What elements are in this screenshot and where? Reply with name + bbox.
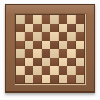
square-f1[interactable] — [59, 75, 68, 84]
square-d7[interactable] — [42, 24, 51, 33]
square-g7[interactable] — [67, 24, 76, 33]
chess-board — [5, 4, 95, 93]
square-h1[interactable] — [76, 75, 85, 84]
square-c5[interactable] — [33, 41, 42, 50]
square-h4[interactable] — [76, 49, 85, 58]
square-d1[interactable] — [42, 75, 51, 84]
square-a5[interactable] — [16, 41, 25, 50]
square-d8[interactable] — [42, 15, 51, 24]
square-g6[interactable] — [67, 32, 76, 41]
square-f8[interactable] — [59, 15, 68, 24]
square-e4[interactable] — [50, 49, 59, 58]
square-e8[interactable] — [50, 15, 59, 24]
square-a3[interactable] — [16, 58, 25, 67]
square-c8[interactable] — [33, 15, 42, 24]
square-h7[interactable] — [76, 24, 85, 33]
square-c6[interactable] — [33, 32, 42, 41]
square-h2[interactable] — [76, 66, 85, 75]
square-d2[interactable] — [42, 66, 51, 75]
square-a7[interactable] — [16, 24, 25, 33]
square-d3[interactable] — [42, 58, 51, 67]
square-f3[interactable] — [59, 58, 68, 67]
square-b4[interactable] — [25, 49, 34, 58]
square-d4[interactable] — [42, 49, 51, 58]
square-h5[interactable] — [76, 41, 85, 50]
square-b5[interactable] — [25, 41, 34, 50]
square-h6[interactable] — [76, 32, 85, 41]
square-b3[interactable] — [25, 58, 34, 67]
square-g1[interactable] — [67, 75, 76, 84]
square-e3[interactable] — [50, 58, 59, 67]
square-e1[interactable] — [50, 75, 59, 84]
square-g2[interactable] — [67, 66, 76, 75]
square-a6[interactable] — [16, 32, 25, 41]
square-b2[interactable] — [25, 66, 34, 75]
square-c7[interactable] — [33, 24, 42, 33]
square-e5[interactable] — [50, 41, 59, 50]
photo-background — [0, 0, 100, 100]
square-c2[interactable] — [33, 66, 42, 75]
square-h8[interactable] — [76, 15, 85, 24]
square-f7[interactable] — [59, 24, 68, 33]
square-b1[interactable] — [25, 75, 34, 84]
square-f4[interactable] — [59, 49, 68, 58]
square-g5[interactable] — [67, 41, 76, 50]
square-e6[interactable] — [50, 32, 59, 41]
square-c4[interactable] — [33, 49, 42, 58]
square-e2[interactable] — [50, 66, 59, 75]
square-a8[interactable] — [16, 15, 25, 24]
square-b8[interactable] — [25, 15, 34, 24]
square-d6[interactable] — [42, 32, 51, 41]
square-f2[interactable] — [59, 66, 68, 75]
square-g8[interactable] — [67, 15, 76, 24]
square-g3[interactable] — [67, 58, 76, 67]
square-d5[interactable] — [42, 41, 51, 50]
square-a1[interactable] — [16, 75, 25, 84]
square-a4[interactable] — [16, 49, 25, 58]
square-h3[interactable] — [76, 58, 85, 67]
square-c3[interactable] — [33, 58, 42, 67]
square-b6[interactable] — [25, 32, 34, 41]
square-e7[interactable] — [50, 24, 59, 33]
square-a2[interactable] — [16, 66, 25, 75]
board-squares — [15, 14, 85, 84]
square-f5[interactable] — [59, 41, 68, 50]
square-c1[interactable] — [33, 75, 42, 84]
square-f6[interactable] — [59, 32, 68, 41]
square-b7[interactable] — [25, 24, 34, 33]
square-g4[interactable] — [67, 49, 76, 58]
